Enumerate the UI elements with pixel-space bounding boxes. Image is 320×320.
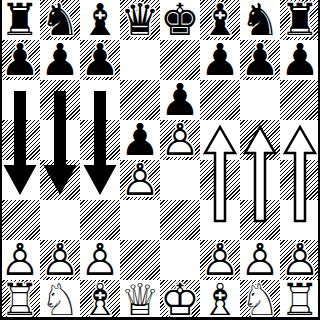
piece-backing-bP: ♟	[120, 120, 160, 160]
piece-bP: ♟	[0, 40, 40, 80]
piece-backing-wP: ♟	[40, 240, 80, 280]
piece-wK: ♔	[160, 280, 200, 320]
square-c5[interactable]	[80, 120, 120, 160]
piece-bN: ♞	[240, 0, 280, 40]
piece-bP: ♟	[160, 80, 200, 120]
piece-backing-wR: ♜	[280, 280, 320, 320]
piece-backing-wP: ♟	[240, 240, 280, 280]
square-e4[interactable]	[160, 160, 200, 200]
square-a8[interactable]: ♜♜	[0, 0, 40, 40]
piece-backing-wB: ♝	[200, 280, 240, 320]
piece-wB: ♗	[200, 280, 240, 320]
square-g2[interactable]: ♟♙	[240, 240, 280, 280]
square-h4[interactable]	[280, 160, 320, 200]
piece-backing-bP: ♟	[40, 40, 80, 80]
piece-backing-bP: ♟	[0, 40, 40, 80]
piece-wP: ♙	[120, 160, 160, 200]
piece-backing-bP: ♟	[240, 40, 280, 80]
chess-diagram: ♜♜♞♞♝♝♛♛♚♚♝♝♞♞♜♜♟♟♟♟♟♟♟♟♟♟♟♟♟♟♟♟♟♙♟♙♟♙♟♙…	[0, 0, 320, 320]
piece-bQ: ♛	[120, 0, 160, 40]
square-h1[interactable]: ♜♖	[280, 280, 320, 320]
square-b2[interactable]: ♟♙	[40, 240, 80, 280]
piece-bP: ♟	[280, 40, 320, 80]
square-b1[interactable]: ♞♘	[40, 280, 80, 320]
square-g7[interactable]: ♟♟	[240, 40, 280, 80]
square-e6[interactable]: ♟♟	[160, 80, 200, 120]
square-b5[interactable]	[40, 120, 80, 160]
chess-board: ♜♜♞♞♝♝♛♛♚♚♝♝♞♞♜♜♟♟♟♟♟♟♟♟♟♟♟♟♟♟♟♟♟♙♟♙♟♙♟♙…	[0, 0, 320, 320]
square-b8[interactable]: ♞♞	[40, 0, 80, 40]
piece-backing-bB: ♝	[80, 0, 120, 40]
square-d6[interactable]	[120, 80, 160, 120]
piece-bB: ♝	[200, 0, 240, 40]
piece-wP: ♙	[240, 240, 280, 280]
square-g6[interactable]	[240, 80, 280, 120]
square-b3[interactable]	[40, 200, 80, 240]
square-h2[interactable]: ♟♙	[280, 240, 320, 280]
piece-wP: ♙	[0, 240, 40, 280]
piece-wP: ♙	[160, 120, 200, 160]
piece-bP: ♟	[200, 40, 240, 80]
square-f2[interactable]: ♟♙	[200, 240, 240, 280]
square-d8[interactable]: ♛♛	[120, 0, 160, 40]
piece-wR: ♖	[280, 280, 320, 320]
square-a5[interactable]	[0, 120, 40, 160]
square-d2[interactable]	[120, 240, 160, 280]
piece-backing-wP: ♟	[160, 120, 200, 160]
square-f3[interactable]	[200, 200, 240, 240]
square-g4[interactable]	[240, 160, 280, 200]
piece-bK: ♚	[160, 0, 200, 40]
piece-backing-wK: ♚	[160, 280, 200, 320]
square-g8[interactable]: ♞♞	[240, 0, 280, 40]
piece-bP: ♟	[240, 40, 280, 80]
square-f8[interactable]: ♝♝	[200, 0, 240, 40]
piece-wP: ♙	[80, 240, 120, 280]
piece-wN: ♘	[40, 280, 80, 320]
piece-wP: ♙	[280, 240, 320, 280]
piece-backing-wN: ♞	[240, 280, 280, 320]
square-h7[interactable]: ♟♟	[280, 40, 320, 80]
piece-wN: ♘	[240, 280, 280, 320]
piece-backing-bQ: ♛	[120, 0, 160, 40]
square-f5[interactable]	[200, 120, 240, 160]
piece-bP: ♟	[80, 40, 120, 80]
square-f4[interactable]	[200, 160, 240, 200]
piece-backing-wB: ♝	[80, 280, 120, 320]
square-d7[interactable]	[120, 40, 160, 80]
square-c2[interactable]: ♟♙	[80, 240, 120, 280]
square-h6[interactable]	[280, 80, 320, 120]
square-f1[interactable]: ♝♗	[200, 280, 240, 320]
square-h3[interactable]	[280, 200, 320, 240]
piece-wQ: ♕	[120, 280, 160, 320]
piece-bR: ♜	[280, 0, 320, 40]
square-e2[interactable]	[160, 240, 200, 280]
piece-bB: ♝	[80, 0, 120, 40]
piece-backing-wP: ♟	[200, 240, 240, 280]
piece-backing-bP: ♟	[200, 40, 240, 80]
piece-backing-bN: ♞	[40, 0, 80, 40]
square-a1[interactable]: ♜♖	[0, 280, 40, 320]
square-c3[interactable]	[80, 200, 120, 240]
square-c4[interactable]	[80, 160, 120, 200]
piece-backing-bP: ♟	[160, 80, 200, 120]
piece-wP: ♙	[200, 240, 240, 280]
piece-backing-wN: ♞	[40, 280, 80, 320]
square-d4[interactable]: ♟♙	[120, 160, 160, 200]
piece-backing-wR: ♜	[0, 280, 40, 320]
square-d3[interactable]	[120, 200, 160, 240]
piece-wR: ♖	[0, 280, 40, 320]
piece-backing-bR: ♜	[0, 0, 40, 40]
square-b4[interactable]	[40, 160, 80, 200]
square-c6[interactable]	[80, 80, 120, 120]
square-a6[interactable]	[0, 80, 40, 120]
piece-backing-wP: ♟	[0, 240, 40, 280]
square-g5[interactable]	[240, 120, 280, 160]
piece-bR: ♜	[0, 0, 40, 40]
piece-backing-bP: ♟	[80, 40, 120, 80]
square-f7[interactable]: ♟♟	[200, 40, 240, 80]
piece-backing-wP: ♟	[280, 240, 320, 280]
square-f6[interactable]	[200, 80, 240, 120]
piece-backing-bR: ♜	[280, 0, 320, 40]
square-g1[interactable]: ♞♘	[240, 280, 280, 320]
square-a2[interactable]: ♟♙	[0, 240, 40, 280]
piece-wB: ♗	[80, 280, 120, 320]
piece-bP: ♟	[120, 120, 160, 160]
square-h5[interactable]	[280, 120, 320, 160]
square-e5[interactable]: ♟♙	[160, 120, 200, 160]
piece-bN: ♞	[40, 0, 80, 40]
square-e1[interactable]: ♚♔	[160, 280, 200, 320]
square-b7[interactable]: ♟♟	[40, 40, 80, 80]
piece-backing-wQ: ♛	[120, 280, 160, 320]
square-a3[interactable]	[0, 200, 40, 240]
square-a7[interactable]: ♟♟	[0, 40, 40, 80]
piece-backing-bN: ♞	[240, 0, 280, 40]
square-b6[interactable]	[40, 80, 80, 120]
piece-backing-bB: ♝	[200, 0, 240, 40]
piece-backing-wP: ♟	[120, 160, 160, 200]
square-e3[interactable]	[160, 200, 200, 240]
square-c7[interactable]: ♟♟	[80, 40, 120, 80]
piece-backing-bP: ♟	[280, 40, 320, 80]
piece-wP: ♙	[40, 240, 80, 280]
square-d1[interactable]: ♛♕	[120, 280, 160, 320]
square-e8[interactable]: ♚♚	[160, 0, 200, 40]
square-h8[interactable]: ♜♜	[280, 0, 320, 40]
board-border-left	[0, 0, 2, 320]
square-g3[interactable]	[240, 200, 280, 240]
piece-backing-wP: ♟	[80, 240, 120, 280]
square-e7[interactable]	[160, 40, 200, 80]
square-d5[interactable]: ♟♟	[120, 120, 160, 160]
piece-bP: ♟	[40, 40, 80, 80]
square-a4[interactable]	[0, 160, 40, 200]
square-c1[interactable]: ♝♗	[80, 280, 120, 320]
piece-backing-bK: ♚	[160, 0, 200, 40]
square-c8[interactable]: ♝♝	[80, 0, 120, 40]
